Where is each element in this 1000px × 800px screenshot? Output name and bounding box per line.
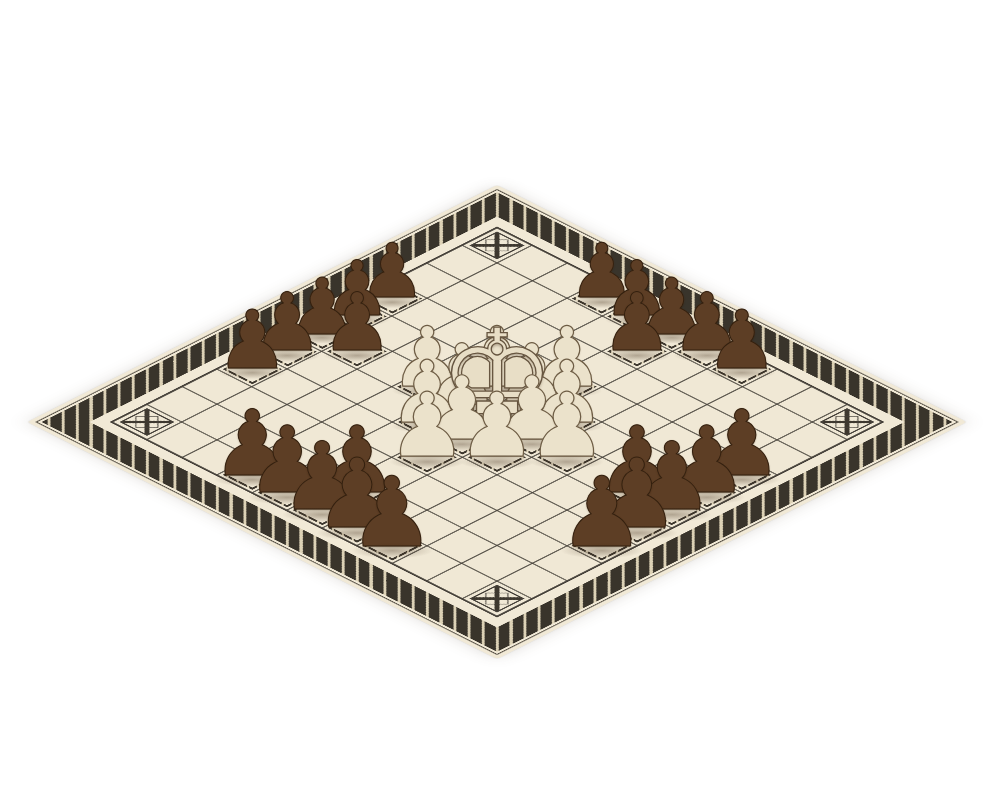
product-photo-scene: ♟♟♟♟♟♟♟♟♟♟♟♟♟♟♟♟♟♟♚♟♟♟♟♟♟♟♟♟♟♟♟♟♟♟♟♟♟: [0, 0, 1000, 800]
piece-shadow: [561, 543, 643, 559]
attacker-piece[interactable]: ♟: [321, 283, 393, 363]
piece-shadow: [323, 349, 391, 362]
attacker-piece[interactable]: ♟: [705, 300, 778, 381]
attacker-piece[interactable]: ♟: [216, 300, 289, 381]
attacker-piece[interactable]: ♟: [558, 463, 645, 560]
attacker-piece[interactable]: ♟: [601, 283, 673, 363]
piece-shadow: [351, 543, 433, 559]
defender-piece[interactable]: ♟: [457, 382, 537, 471]
piece-shadow: [459, 455, 535, 469]
piece-shadow: [603, 349, 671, 362]
attacker-piece[interactable]: ♟: [349, 463, 436, 560]
piece-shadow: [218, 367, 287, 380]
piece-shadow: [707, 367, 776, 380]
